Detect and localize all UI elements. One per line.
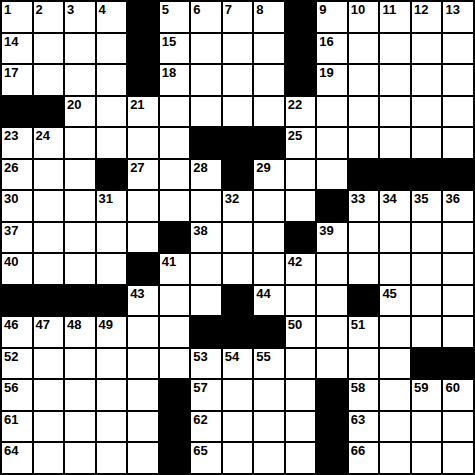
grid-cell-r10c5[interactable]: 43: [128, 286, 158, 316]
clue-number: 49: [99, 317, 113, 332]
clue-number: 12: [414, 2, 428, 17]
clue-number: 16: [319, 34, 333, 49]
grid-cell-r15c4[interactable]: [97, 443, 127, 473]
clue-number: 41: [162, 254, 176, 269]
grid-cell-r3c8[interactable]: [223, 65, 253, 95]
grid-cell-r2c14[interactable]: [412, 34, 442, 64]
grid-cell-r1c7[interactable]: 6: [191, 2, 221, 32]
clue-number: 19: [319, 65, 333, 80]
grid-cell-r4c13[interactable]: [380, 97, 410, 127]
clue-number: 42: [288, 254, 302, 269]
grid-cell-r11c15[interactable]: [443, 317, 473, 347]
clue-number: 27: [130, 160, 144, 175]
grid-cell-r10c7[interactable]: [191, 286, 221, 316]
grid-cell-r14c7[interactable]: 62: [191, 412, 221, 442]
grid-cell-r12c6[interactable]: [160, 349, 190, 379]
grid-cell-r13c7[interactable]: 57: [191, 380, 221, 410]
clue-number: 58: [351, 380, 365, 395]
grid-cell-r12c5[interactable]: [128, 349, 158, 379]
grid-cell-r14c14[interactable]: [412, 412, 442, 442]
grid-cell-r7c12[interactable]: 33: [349, 191, 379, 221]
grid-cell-r8c12[interactable]: [349, 223, 379, 253]
black-square: [2, 97, 32, 127]
clue-number: 13: [445, 2, 459, 17]
grid-cell-r5c12[interactable]: [349, 128, 379, 158]
grid-cell-r8c9[interactable]: [254, 223, 284, 253]
grid-cell-r2c8[interactable]: [223, 34, 253, 64]
grid-cell-r2c12[interactable]: [349, 34, 379, 64]
grid-cell-r9c6[interactable]: 41: [160, 254, 190, 284]
grid-cell-r6c6[interactable]: [160, 160, 190, 190]
grid-cell-r2c3[interactable]: [65, 34, 95, 64]
grid-cell-r14c4[interactable]: [97, 412, 127, 442]
grid-cell-r12c2[interactable]: [34, 349, 64, 379]
grid-cell-r9c13[interactable]: [380, 254, 410, 284]
grid-cell-r15c1[interactable]: 64: [2, 443, 32, 473]
grid-cell-r9c9[interactable]: [254, 254, 284, 284]
grid-cell-r7c2[interactable]: [34, 191, 64, 221]
grid-cell-r4c12[interactable]: [349, 97, 379, 127]
black-square: [191, 317, 221, 347]
clue-number: 28: [193, 160, 207, 175]
clue-number: 21: [130, 97, 144, 112]
grid-cell-r13c10[interactable]: [286, 380, 316, 410]
clue-number: 46: [4, 317, 18, 332]
grid-cell-r1c1[interactable]: 1: [2, 2, 32, 32]
black-square: [128, 2, 158, 32]
black-square: [223, 128, 253, 158]
black-square: [160, 223, 190, 253]
grid-cell-r12c8[interactable]: 54: [223, 349, 253, 379]
grid-cell-r7c10[interactable]: [286, 191, 316, 221]
clue-number: 18: [162, 65, 176, 80]
clue-number: 51: [351, 317, 365, 332]
clue-number: 2: [36, 2, 43, 17]
grid-cell-r12c1[interactable]: 52: [2, 349, 32, 379]
black-square: [128, 34, 158, 64]
grid-cell-r11c10[interactable]: 50: [286, 317, 316, 347]
clue-number: 55: [256, 349, 270, 364]
grid-cell-r2c11[interactable]: 16: [317, 34, 347, 64]
grid-cell-r1c4[interactable]: 4: [97, 2, 127, 32]
grid-cell-r14c2[interactable]: [34, 412, 64, 442]
clue-number: 38: [193, 223, 207, 238]
grid-cell-r5c2[interactable]: 24: [34, 128, 64, 158]
grid-cell-r7c7[interactable]: [191, 191, 221, 221]
grid-cell-r5c5[interactable]: [128, 128, 158, 158]
clue-number: 14: [4, 34, 18, 49]
clue-number: 53: [193, 349, 207, 364]
clue-number: 8: [256, 2, 263, 17]
clue-number: 6: [193, 2, 200, 17]
grid-cell-r2c15[interactable]: [443, 34, 473, 64]
black-square: [443, 160, 473, 190]
grid-cell-r14c8[interactable]: [223, 412, 253, 442]
grid-cell-r11c13[interactable]: [380, 317, 410, 347]
grid-cell-r10c10[interactable]: [286, 286, 316, 316]
grid-cell-r11c1[interactable]: 46: [2, 317, 32, 347]
black-square: [349, 160, 379, 190]
grid-cell-r1c2[interactable]: 2: [34, 2, 64, 32]
grid-cell-r3c3[interactable]: [65, 65, 95, 95]
grid-cell-r15c8[interactable]: [223, 443, 253, 473]
clue-number: 56: [4, 380, 18, 395]
clue-number: 57: [193, 380, 207, 395]
black-square: [254, 317, 284, 347]
clue-number: 10: [351, 2, 365, 17]
grid-cell-r4c4[interactable]: [97, 97, 127, 127]
grid-cell-r13c13[interactable]: [380, 380, 410, 410]
black-square: [191, 128, 221, 158]
grid-cell-r15c10[interactable]: [286, 443, 316, 473]
grid-cell-r13c14[interactable]: 59: [412, 380, 442, 410]
grid-cell-r10c11[interactable]: [317, 286, 347, 316]
grid-cell-r15c15[interactable]: [443, 443, 473, 473]
grid-cell-r6c11[interactable]: [317, 160, 347, 190]
grid-cell-r12c10[interactable]: [286, 349, 316, 379]
grid-cell-r1c14[interactable]: 12: [412, 2, 442, 32]
black-square: [223, 160, 253, 190]
grid-cell-r4c15[interactable]: [443, 97, 473, 127]
grid-cell-r10c13[interactable]: 45: [380, 286, 410, 316]
clue-number: 47: [36, 317, 50, 332]
grid-cell-r13c8[interactable]: [223, 380, 253, 410]
grid-cell-r4c3[interactable]: 20: [65, 97, 95, 127]
grid-cell-r7c1[interactable]: 30: [2, 191, 32, 221]
grid-cell-r3c7[interactable]: [191, 65, 221, 95]
clue-number: 37: [4, 223, 18, 238]
clue-number: 60: [445, 380, 459, 395]
grid-cell-r11c4[interactable]: 49: [97, 317, 127, 347]
black-square: [254, 128, 284, 158]
grid-cell-r9c3[interactable]: [65, 254, 95, 284]
grid-cell-r8c2[interactable]: [34, 223, 64, 253]
grid-cell-r1c9[interactable]: 8: [254, 2, 284, 32]
grid-cell-r9c12[interactable]: [349, 254, 379, 284]
grid-cell-r3c14[interactable]: [412, 65, 442, 95]
grid-cell-r8c8[interactable]: [223, 223, 253, 253]
grid-cell-r3c2[interactable]: [34, 65, 64, 95]
grid-cell-r15c13[interactable]: [380, 443, 410, 473]
grid-cell-r7c15[interactable]: 36: [443, 191, 473, 221]
clue-number: 24: [36, 128, 50, 143]
grid-cell-r13c9[interactable]: [254, 380, 284, 410]
grid-cell-r6c1[interactable]: 26: [2, 160, 32, 190]
grid-cell-r5c1[interactable]: 23: [2, 128, 32, 158]
grid-cell-r6c7[interactable]: 28: [191, 160, 221, 190]
black-square: [349, 286, 379, 316]
clue-number: 23: [4, 128, 18, 143]
clue-number: 48: [67, 317, 81, 332]
grid-cell-r10c6[interactable]: [160, 286, 190, 316]
grid-cell-r5c3[interactable]: [65, 128, 95, 158]
clue-number: 5: [162, 2, 169, 17]
black-square: [412, 160, 442, 190]
black-square: [286, 65, 316, 95]
grid-cell-r13c3[interactable]: [65, 380, 95, 410]
grid-cell-r2c13[interactable]: [380, 34, 410, 64]
grid-cell-r8c5[interactable]: [128, 223, 158, 253]
grid-cell-r1c3[interactable]: 3: [65, 2, 95, 32]
clue-number: 25: [288, 128, 302, 143]
grid-cell-r11c12[interactable]: 51: [349, 317, 379, 347]
clue-number: 44: [256, 286, 270, 301]
grid-cell-r9c15[interactable]: [443, 254, 473, 284]
grid-cell-r10c9[interactable]: 44: [254, 286, 284, 316]
grid-cell-r3c12[interactable]: [349, 65, 379, 95]
clue-number: 52: [4, 349, 18, 364]
grid-cell-r11c11[interactable]: [317, 317, 347, 347]
grid-cell-r14c15[interactable]: [443, 412, 473, 442]
grid-cell-r1c6[interactable]: 5: [160, 2, 190, 32]
grid-cell-r5c11[interactable]: [317, 128, 347, 158]
clue-number: 31: [99, 191, 113, 206]
grid-cell-r12c7[interactable]: 53: [191, 349, 221, 379]
grid-cell-r8c7[interactable]: 38: [191, 223, 221, 253]
black-square: [286, 2, 316, 32]
clue-number: 20: [67, 97, 81, 112]
grid-cell-r13c1[interactable]: 56: [2, 380, 32, 410]
crossword-board: 1234567891011121314151617181920212223242…: [0, 0, 475, 475]
clue-number: 30: [4, 191, 18, 206]
grid-cell-r3c13[interactable]: [380, 65, 410, 95]
clue-number: 3: [67, 2, 74, 17]
grid-cell-r11c14[interactable]: [412, 317, 442, 347]
black-square: [128, 65, 158, 95]
grid-cell-r11c2[interactable]: 47: [34, 317, 64, 347]
grid-cell-r3c11[interactable]: 19: [317, 65, 347, 95]
grid-cell-r9c14[interactable]: [412, 254, 442, 284]
grid-cell-r3c9[interactable]: [254, 65, 284, 95]
clue-number: 54: [225, 349, 239, 364]
clue-number: 34: [382, 191, 396, 206]
grid-cell-r12c12[interactable]: [349, 349, 379, 379]
clue-number: 7: [225, 2, 232, 17]
grid-cell-r3c4[interactable]: [97, 65, 127, 95]
grid-cell-r5c10[interactable]: 25: [286, 128, 316, 158]
black-square: [286, 34, 316, 64]
crossword-puzzle: 1234567891011121314151617181920212223242…: [0, 0, 475, 475]
grid-cell-r4c6[interactable]: [160, 97, 190, 127]
black-square: [317, 191, 347, 221]
clue-number: 40: [4, 254, 18, 269]
clue-number: 39: [319, 223, 333, 238]
grid-cell-r3c15[interactable]: [443, 65, 473, 95]
grid-cell-r5c6[interactable]: [160, 128, 190, 158]
clue-number: 63: [351, 412, 365, 427]
grid-cell-r9c7[interactable]: [191, 254, 221, 284]
grid-cell-r1c8[interactable]: 7: [223, 2, 253, 32]
black-square: [443, 349, 473, 379]
black-square: [160, 412, 190, 442]
black-square: [317, 443, 347, 473]
grid-cell-r3c1[interactable]: 17: [2, 65, 32, 95]
black-square: [412, 349, 442, 379]
grid-cell-r14c3[interactable]: [65, 412, 95, 442]
grid-cell-r13c5[interactable]: [128, 380, 158, 410]
clue-number: 61: [4, 412, 18, 427]
clue-number: 1: [4, 2, 11, 17]
grid-cell-r2c9[interactable]: [254, 34, 284, 64]
grid-cell-r1c15[interactable]: 13: [443, 2, 473, 32]
grid-cell-r14c1[interactable]: 61: [2, 412, 32, 442]
clue-number: 29: [256, 160, 270, 175]
black-square: [128, 254, 158, 284]
clue-number: 43: [130, 286, 144, 301]
grid-cell-r2c2[interactable]: [34, 34, 64, 64]
grid-cell-r11c6[interactable]: [160, 317, 190, 347]
black-square: [2, 286, 32, 316]
grid-cell-r1c13[interactable]: 11: [380, 2, 410, 32]
grid-cell-r15c5[interactable]: [128, 443, 158, 473]
grid-cell-r10c14[interactable]: [412, 286, 442, 316]
clue-number: 35: [414, 191, 428, 206]
grid-cell-r11c3[interactable]: 48: [65, 317, 95, 347]
clue-number: 65: [193, 443, 207, 458]
grid-cell-r4c8[interactable]: [223, 97, 253, 127]
grid-cell-r6c3[interactable]: [65, 160, 95, 190]
grid-cell-r4c7[interactable]: [191, 97, 221, 127]
grid-cell-r7c3[interactable]: [65, 191, 95, 221]
grid-cell-r7c6[interactable]: [160, 191, 190, 221]
grid-cell-r6c5[interactable]: 27: [128, 160, 158, 190]
clue-number: 64: [4, 443, 18, 458]
clue-number: 62: [193, 412, 207, 427]
grid-cell-r9c2[interactable]: [34, 254, 64, 284]
grid-cell-r11c5[interactable]: [128, 317, 158, 347]
clue-number: 4: [99, 2, 106, 17]
grid-cell-r13c2[interactable]: [34, 380, 64, 410]
black-square: [160, 443, 190, 473]
black-square: [286, 223, 316, 253]
grid-cell-r5c4[interactable]: [97, 128, 127, 158]
grid-cell-r14c5[interactable]: [128, 412, 158, 442]
grid-cell-r15c12[interactable]: 66: [349, 443, 379, 473]
grid-cell-r15c3[interactable]: [65, 443, 95, 473]
clue-number: 11: [382, 2, 396, 17]
black-square: [34, 97, 64, 127]
grid-cell-r15c9[interactable]: [254, 443, 284, 473]
grid-cell-r10c15[interactable]: [443, 286, 473, 316]
grid-cell-r12c13[interactable]: [380, 349, 410, 379]
grid-cell-r2c1[interactable]: 14: [2, 34, 32, 64]
grid-cell-r8c13[interactable]: [380, 223, 410, 253]
grid-cell-r9c10[interactable]: 42: [286, 254, 316, 284]
grid-cell-r5c14[interactable]: [412, 128, 442, 158]
grid-cell-r9c8[interactable]: [223, 254, 253, 284]
clue-number: 50: [288, 317, 302, 332]
grid-cell-r9c1[interactable]: 40: [2, 254, 32, 284]
black-square: [97, 286, 127, 316]
black-square: [223, 317, 253, 347]
grid-cell-r7c9[interactable]: [254, 191, 284, 221]
grid-cell-r4c9[interactable]: [254, 97, 284, 127]
grid-cell-r8c4[interactable]: [97, 223, 127, 253]
grid-cell-r1c12[interactable]: 10: [349, 2, 379, 32]
grid-cell-r5c13[interactable]: [380, 128, 410, 158]
grid-cell-r14c13[interactable]: [380, 412, 410, 442]
grid-cell-r2c4[interactable]: [97, 34, 127, 64]
grid-cell-r13c12[interactable]: 58: [349, 380, 379, 410]
grid-cell-r15c14[interactable]: [412, 443, 442, 473]
grid-cell-r1c11[interactable]: 9: [317, 2, 347, 32]
grid-cell-r4c5[interactable]: 21: [128, 97, 158, 127]
grid-cell-r7c5[interactable]: [128, 191, 158, 221]
grid-cell-r4c10[interactable]: 22: [286, 97, 316, 127]
grid-cell-r8c1[interactable]: 37: [2, 223, 32, 253]
black-square: [65, 286, 95, 316]
grid-cell-r6c10[interactable]: [286, 160, 316, 190]
grid-cell-r2c7[interactable]: [191, 34, 221, 64]
grid-cell-r14c9[interactable]: [254, 412, 284, 442]
clue-number: 9: [319, 2, 326, 17]
clue-number: 17: [4, 65, 18, 80]
grid-cell-r6c9[interactable]: 29: [254, 160, 284, 190]
clue-number: 32: [225, 191, 239, 206]
clue-number: 45: [382, 286, 396, 301]
grid-cell-r12c9[interactable]: 55: [254, 349, 284, 379]
grid-cell-r15c2[interactable]: [34, 443, 64, 473]
black-square: [223, 286, 253, 316]
clue-number: 15: [162, 34, 176, 49]
grid-cell-r6c2[interactable]: [34, 160, 64, 190]
grid-cell-r7c4[interactable]: 31: [97, 191, 127, 221]
grid-cell-r8c15[interactable]: [443, 223, 473, 253]
grid-cell-r7c14[interactable]: 35: [412, 191, 442, 221]
clue-number: 66: [351, 443, 365, 458]
grid-cell-r4c11[interactable]: [317, 97, 347, 127]
clue-number: 26: [4, 160, 18, 175]
black-square: [160, 380, 190, 410]
grid-cell-r13c4[interactable]: [97, 380, 127, 410]
grid-cell-r2c6[interactable]: 15: [160, 34, 190, 64]
black-square: [317, 380, 347, 410]
grid-cell-r8c14[interactable]: [412, 223, 442, 253]
grid-cell-r12c4[interactable]: [97, 349, 127, 379]
clue-number: 59: [414, 380, 428, 395]
clue-number: 22: [288, 97, 302, 112]
black-square: [97, 160, 127, 190]
grid-cell-r13c15[interactable]: 60: [443, 380, 473, 410]
grid-cell-r8c11[interactable]: 39: [317, 223, 347, 253]
grid-cell-r12c11[interactable]: [317, 349, 347, 379]
grid-cell-r9c4[interactable]: [97, 254, 127, 284]
grid-cell-r8c3[interactable]: [65, 223, 95, 253]
black-square: [317, 412, 347, 442]
grid-cell-r14c10[interactable]: [286, 412, 316, 442]
black-square: [34, 286, 64, 316]
grid-cell-r3c6[interactable]: 18: [160, 65, 190, 95]
black-square: [380, 160, 410, 190]
grid-cell-r15c7[interactable]: 65: [191, 443, 221, 473]
grid-cell-r14c12[interactable]: 63: [349, 412, 379, 442]
grid-cell-r9c11[interactable]: [317, 254, 347, 284]
grid-cell-r12c3[interactable]: [65, 349, 95, 379]
grid-cell-r4c14[interactable]: [412, 97, 442, 127]
grid-cell-r5c15[interactable]: [443, 128, 473, 158]
grid-cell-r7c13[interactable]: 34: [380, 191, 410, 221]
clue-number: 33: [351, 191, 365, 206]
grid-cell-r7c8[interactable]: 32: [223, 191, 253, 221]
clue-number: 36: [445, 191, 459, 206]
